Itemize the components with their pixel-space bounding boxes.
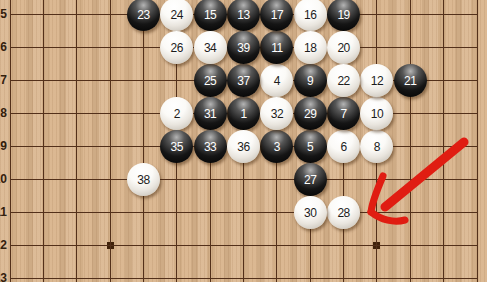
row-label: 5 [0, 8, 7, 20]
stone-black-5: 5 [294, 130, 327, 163]
stone-black-7: 7 [327, 97, 360, 130]
stone-black-31: 31 [194, 97, 227, 130]
grid-vline [43, 0, 44, 282]
stone-white-32: 32 [260, 97, 293, 130]
row-label: 11 [0, 206, 7, 218]
stone-white-8: 8 [360, 130, 393, 163]
stone-white-6: 6 [327, 130, 360, 163]
grid-vline [443, 0, 444, 282]
stone-white-28: 28 [327, 196, 360, 229]
stone-black-17: 17 [260, 0, 293, 31]
stone-black-35: 35 [160, 130, 193, 163]
stone-white-10: 10 [360, 97, 393, 130]
stone-black-15: 15 [194, 0, 227, 31]
grid-vline [10, 0, 11, 282]
stone-white-36: 36 [227, 130, 260, 163]
stone-black-19: 19 [327, 0, 360, 31]
stone-white-12: 12 [360, 64, 393, 97]
row-label: 6 [0, 41, 7, 53]
grid-vline [76, 0, 77, 282]
row-label: 12 [0, 239, 7, 251]
stone-black-1: 1 [227, 97, 260, 130]
stone-white-2: 2 [160, 97, 193, 130]
stone-black-33: 33 [194, 130, 227, 163]
stone-black-11: 11 [260, 31, 293, 64]
row-label: 10 [0, 173, 7, 185]
row-label: 7 [0, 74, 7, 86]
stone-white-22: 22 [327, 64, 360, 97]
stone-black-21: 21 [394, 64, 427, 97]
stone-white-20: 20 [327, 31, 360, 64]
stone-white-18: 18 [294, 31, 327, 64]
stone-white-34: 34 [194, 31, 227, 64]
gomoku-board[interactable]: 1312111098765 12345678910111213151617181… [0, 0, 487, 282]
stone-black-39: 39 [227, 31, 260, 64]
stone-white-38: 38 [127, 163, 160, 196]
row-label: 13 [0, 272, 7, 282]
grid-vline [477, 0, 478, 282]
stone-black-29: 29 [294, 97, 327, 130]
stone-black-13: 13 [227, 0, 260, 31]
stone-white-16: 16 [294, 0, 327, 31]
stone-black-23: 23 [127, 0, 160, 31]
row-label: 8 [0, 107, 7, 119]
stone-black-27: 27 [294, 163, 327, 196]
stone-white-30: 30 [294, 196, 327, 229]
stone-white-24: 24 [160, 0, 193, 31]
stone-black-25: 25 [194, 64, 227, 97]
stone-black-3: 3 [260, 130, 293, 163]
row-label: 9 [0, 140, 7, 152]
stone-black-37: 37 [227, 64, 260, 97]
stone-white-26: 26 [160, 31, 193, 64]
stone-white-4: 4 [260, 64, 293, 97]
grid-vline [143, 0, 144, 282]
stone-black-9: 9 [294, 64, 327, 97]
grid-vline [110, 0, 111, 282]
grid-vline [410, 0, 411, 282]
